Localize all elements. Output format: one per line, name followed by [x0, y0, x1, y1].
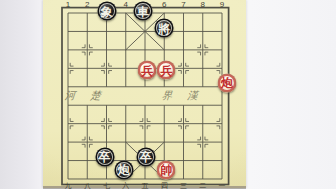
file-label-top: 2 — [85, 1, 89, 9]
file-label-top: 7 — [181, 1, 185, 9]
piece-black-elephant[interactable]: 象 — [97, 2, 116, 21]
file-label-top: 4 — [124, 1, 128, 9]
file-label-top: 1 — [66, 1, 70, 9]
piece-red-general[interactable]: 帥 — [157, 160, 176, 179]
piece-black-cannon[interactable]: 炮 — [114, 160, 133, 179]
file-label-bottom: 七 — [103, 181, 110, 188]
piece-red-soldier[interactable]: 兵 — [157, 61, 176, 80]
piece-red-soldier[interactable]: 兵 — [138, 61, 157, 80]
piece-black-soldier[interactable]: 卒 — [137, 147, 156, 166]
piece-black-chariot[interactable]: 車 — [134, 2, 153, 21]
file-label-bottom: 八 — [84, 181, 91, 188]
file-label-top: 6 — [162, 1, 166, 9]
file-label-bottom: 九 — [65, 181, 72, 188]
file-label-top: 8 — [201, 1, 205, 9]
piece-black-general[interactable]: 將 — [155, 19, 174, 38]
piece-black-soldier[interactable]: 卒 — [95, 147, 114, 166]
river-text-right: 界漢 — [160, 89, 216, 103]
river-text-left: 河楚 — [63, 89, 119, 103]
file-label-bottom: 五 — [142, 181, 149, 188]
file-label-bottom: 六 — [122, 181, 129, 188]
file-label-bottom: 三 — [180, 181, 187, 188]
file-label-bottom: 四 — [161, 181, 168, 188]
file-label-top: 9 — [220, 1, 224, 9]
file-label-bottom: 一 — [219, 181, 226, 188]
file-label-bottom: 二 — [199, 181, 206, 188]
piece-red-cannon[interactable]: 炮 — [218, 73, 237, 92]
xiangqi-board-screenshot: 河楚 界漢 123456789 九八七六五四三二一 象車將兵兵炮卒卒炮帥 — [0, 0, 336, 189]
